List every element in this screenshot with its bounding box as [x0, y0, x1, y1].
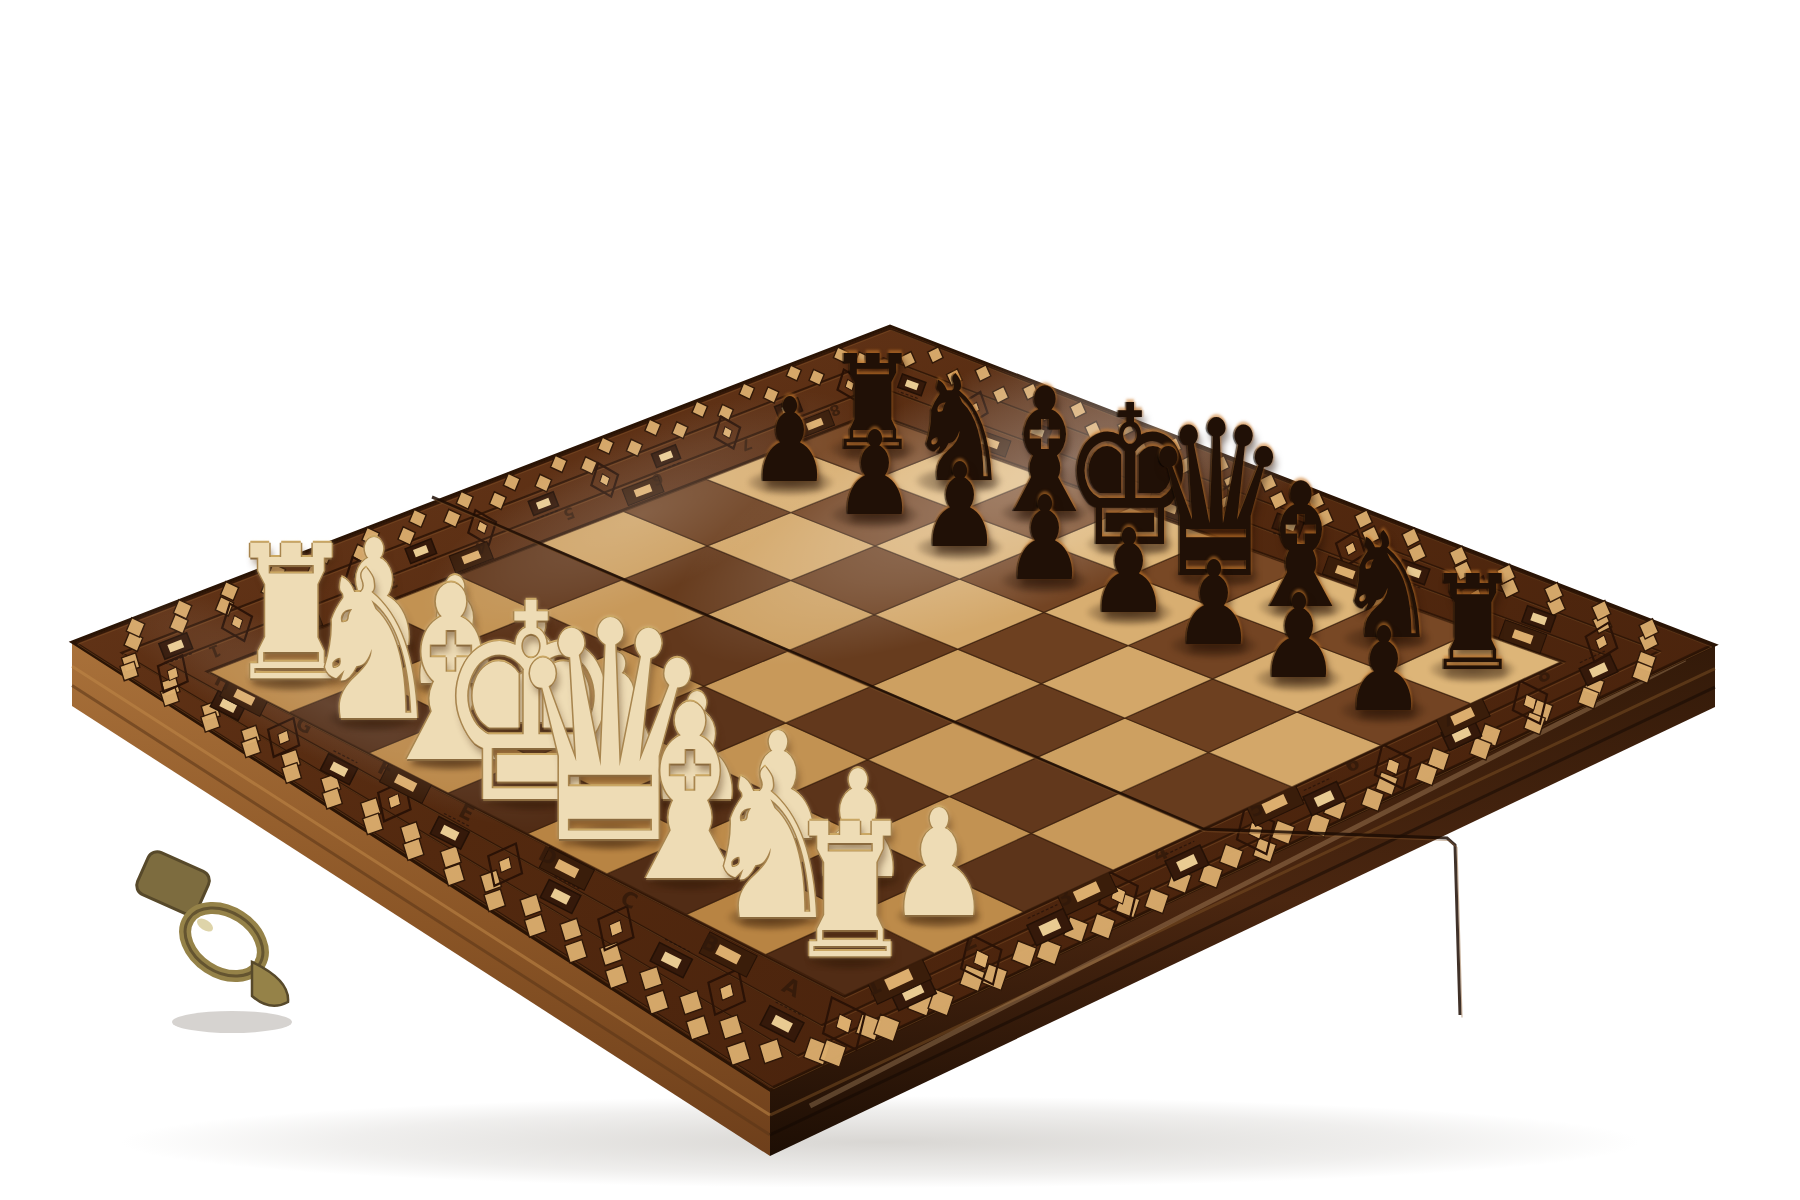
ground-shadow: [120, 1096, 1640, 1188]
clasp-hook: [252, 962, 288, 1006]
clasp-glint: [195, 916, 216, 934]
brass-clasp[interactable]: [133, 849, 292, 1033]
clasp-shadow: [172, 1011, 292, 1033]
product-photo-chess-set: H11G22F33E44D55C66B77A88 ♜♞♟♝♟♚♟♛♟♝♟♞♟♟♜…: [0, 0, 1800, 1200]
piece-black-pawn-a7[interactable]: ♟: [1228, 613, 1540, 727]
piece-white-rook-a1[interactable]: ♜: [694, 802, 1006, 984]
